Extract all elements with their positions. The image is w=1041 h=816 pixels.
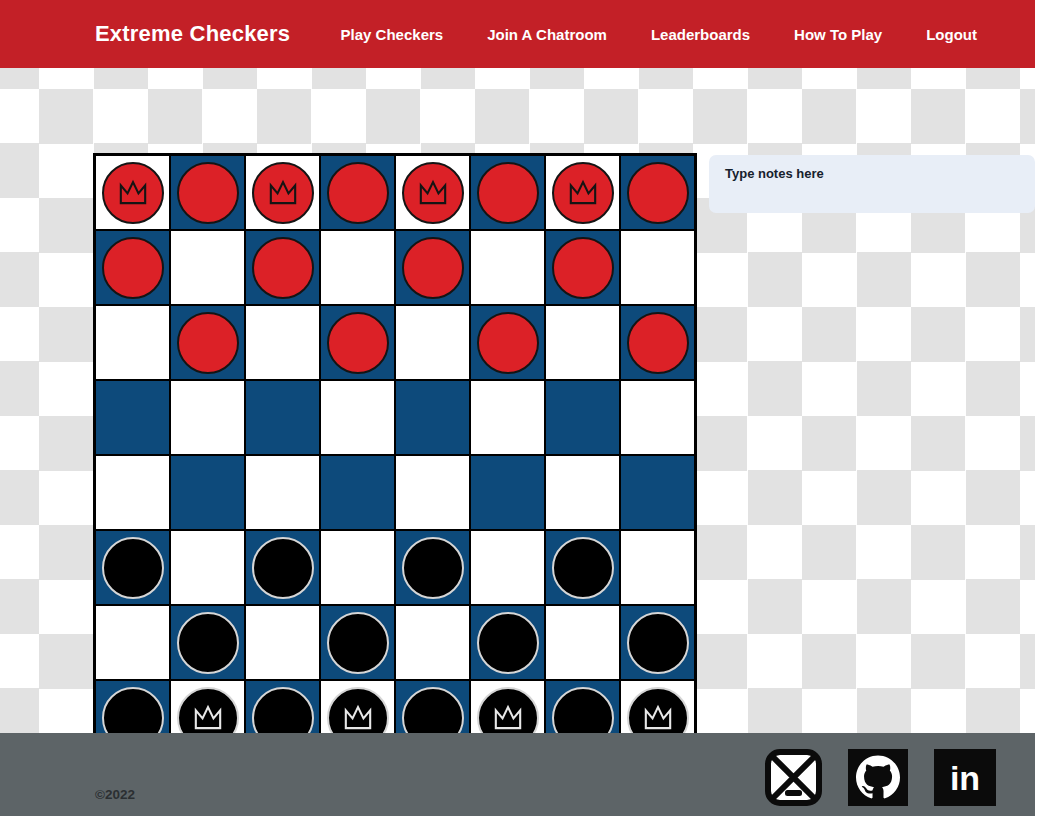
board-square[interactable] (95, 380, 170, 455)
red-piece[interactable] (627, 312, 689, 374)
footer-icons: in (765, 749, 996, 806)
board-square[interactable] (545, 605, 620, 680)
board-square[interactable] (245, 455, 320, 530)
board-square[interactable] (545, 230, 620, 305)
red-piece[interactable] (102, 237, 164, 299)
board-square[interactable] (470, 305, 545, 380)
black-piece[interactable] (252, 537, 314, 599)
board-square[interactable] (395, 305, 470, 380)
red-king-piece[interactable] (402, 162, 464, 224)
footer-credits: ©2022 Zachary Campanelli Joseph Campbell… (95, 744, 351, 816)
board-square[interactable] (470, 230, 545, 305)
red-piece[interactable] (327, 162, 389, 224)
board-square[interactable] (320, 230, 395, 305)
black-piece[interactable] (177, 612, 239, 674)
black-piece[interactable] (327, 612, 389, 674)
board-square[interactable] (245, 230, 320, 305)
github-icon[interactable] (848, 749, 908, 806)
board-square[interactable] (395, 380, 470, 455)
red-piece[interactable] (477, 162, 539, 224)
board-square[interactable] (470, 530, 545, 605)
black-piece[interactable] (627, 612, 689, 674)
main-nav: Play Checkers Join A Chatroom Leaderboar… (341, 26, 977, 43)
board-square[interactable] (620, 605, 695, 680)
board-square[interactable] (470, 155, 545, 230)
nav-how-to-play[interactable]: How To Play (794, 26, 882, 43)
board-square[interactable] (470, 605, 545, 680)
board-square[interactable] (95, 155, 170, 230)
black-piece[interactable] (102, 537, 164, 599)
board-square[interactable] (395, 230, 470, 305)
board-square[interactable] (320, 605, 395, 680)
board-square[interactable] (170, 305, 245, 380)
board-square[interactable] (470, 380, 545, 455)
checkers-board (93, 153, 697, 757)
board-square[interactable] (620, 530, 695, 605)
board-square[interactable] (545, 380, 620, 455)
header: Extreme Checkers Play Checkers Join A Ch… (0, 0, 1035, 68)
linkedin-icon[interactable]: in (934, 749, 996, 806)
board-square[interactable] (545, 155, 620, 230)
red-king-piece[interactable] (102, 162, 164, 224)
board-square[interactable] (170, 230, 245, 305)
board-square[interactable] (95, 530, 170, 605)
board-square[interactable] (245, 380, 320, 455)
board-square[interactable] (545, 455, 620, 530)
red-piece[interactable] (552, 237, 614, 299)
email-icon[interactable] (765, 749, 822, 806)
black-piece[interactable] (552, 537, 614, 599)
board-square[interactable] (620, 155, 695, 230)
black-piece[interactable] (477, 612, 539, 674)
board-square[interactable] (245, 530, 320, 605)
board-square[interactable] (395, 155, 470, 230)
board-square[interactable] (620, 380, 695, 455)
board-square[interactable] (95, 455, 170, 530)
board-square[interactable] (170, 605, 245, 680)
red-piece[interactable] (477, 312, 539, 374)
board-square[interactable] (395, 605, 470, 680)
board-square[interactable] (620, 455, 695, 530)
black-piece[interactable] (402, 537, 464, 599)
nav-play-checkers[interactable]: Play Checkers (341, 26, 444, 43)
notes-input[interactable] (709, 155, 1035, 213)
board-square[interactable] (320, 380, 395, 455)
board-square[interactable] (395, 455, 470, 530)
board-square[interactable] (95, 230, 170, 305)
site-title: Extreme Checkers (95, 21, 290, 47)
red-king-piece[interactable] (252, 162, 314, 224)
red-piece[interactable] (252, 237, 314, 299)
board-square[interactable] (470, 455, 545, 530)
board-square[interactable] (170, 530, 245, 605)
board-square[interactable] (95, 605, 170, 680)
board-square[interactable] (395, 530, 470, 605)
nav-join-chatroom[interactable]: Join A Chatroom (487, 26, 607, 43)
red-piece[interactable] (627, 162, 689, 224)
board-square[interactable] (245, 605, 320, 680)
page: Extreme Checkers Play Checkers Join A Ch… (0, 0, 1035, 816)
nav-logout[interactable]: Logout (926, 26, 977, 43)
red-piece[interactable] (177, 312, 239, 374)
board-square[interactable] (245, 155, 320, 230)
board-square[interactable] (95, 305, 170, 380)
main-area: Restart Game (0, 68, 1035, 733)
red-piece[interactable] (402, 237, 464, 299)
board-square[interactable] (320, 530, 395, 605)
footer: ©2022 Zachary Campanelli Joseph Campbell… (0, 733, 1035, 816)
board-square[interactable] (545, 530, 620, 605)
red-king-piece[interactable] (552, 162, 614, 224)
board-square[interactable] (320, 155, 395, 230)
board-square[interactable] (620, 305, 695, 380)
board-square[interactable] (545, 305, 620, 380)
board-square[interactable] (320, 455, 395, 530)
board-square[interactable] (170, 380, 245, 455)
board-square[interactable] (245, 305, 320, 380)
board-square[interactable] (320, 305, 395, 380)
nav-leaderboards[interactable]: Leaderboards (651, 26, 750, 43)
red-piece[interactable] (177, 162, 239, 224)
board-square[interactable] (620, 230, 695, 305)
footer-copyright: ©2022 (95, 785, 351, 806)
board-square[interactable] (170, 155, 245, 230)
red-piece[interactable] (327, 312, 389, 374)
board-square[interactable] (170, 455, 245, 530)
